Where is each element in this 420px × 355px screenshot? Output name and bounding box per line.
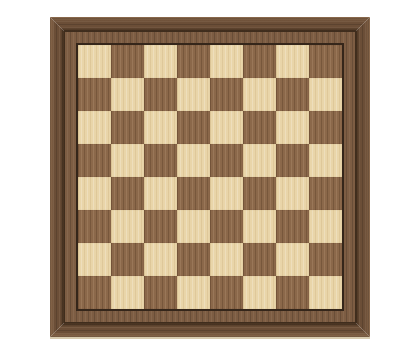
square-e3[interactable]: [210, 210, 243, 243]
square-e7[interactable]: [210, 78, 243, 111]
square-c8[interactable]: [144, 45, 177, 78]
square-b6[interactable]: [111, 111, 144, 144]
square-c7[interactable]: [144, 78, 177, 111]
playing-field: [76, 43, 344, 311]
square-f7[interactable]: [243, 78, 276, 111]
square-h7[interactable]: [309, 78, 342, 111]
square-d4[interactable]: [177, 177, 210, 210]
square-e1[interactable]: [210, 276, 243, 309]
square-h6[interactable]: [309, 111, 342, 144]
square-f6[interactable]: [243, 111, 276, 144]
square-h3[interactable]: [309, 210, 342, 243]
square-d6[interactable]: [177, 111, 210, 144]
square-a2[interactable]: [78, 243, 111, 276]
square-d8[interactable]: [177, 45, 210, 78]
square-a7[interactable]: [78, 78, 111, 111]
square-c2[interactable]: [144, 243, 177, 276]
square-d7[interactable]: [177, 78, 210, 111]
board-frame-top-molding: [50, 17, 370, 31]
square-a8[interactable]: [78, 45, 111, 78]
square-f8[interactable]: [243, 45, 276, 78]
square-b3[interactable]: [111, 210, 144, 243]
square-g6[interactable]: [276, 111, 309, 144]
square-b1[interactable]: [111, 276, 144, 309]
square-h5[interactable]: [309, 144, 342, 177]
square-c3[interactable]: [144, 210, 177, 243]
square-f1[interactable]: [243, 276, 276, 309]
square-f3[interactable]: [243, 210, 276, 243]
square-d5[interactable]: [177, 144, 210, 177]
square-g1[interactable]: [276, 276, 309, 309]
square-e5[interactable]: [210, 144, 243, 177]
square-g2[interactable]: [276, 243, 309, 276]
square-d2[interactable]: [177, 243, 210, 276]
square-f4[interactable]: [243, 177, 276, 210]
square-g4[interactable]: [276, 177, 309, 210]
square-g7[interactable]: [276, 78, 309, 111]
squares-grid: [78, 45, 342, 309]
square-b7[interactable]: [111, 78, 144, 111]
square-a6[interactable]: [78, 111, 111, 144]
square-f5[interactable]: [243, 144, 276, 177]
square-h1[interactable]: [309, 276, 342, 309]
square-c4[interactable]: [144, 177, 177, 210]
square-g8[interactable]: [276, 45, 309, 78]
square-a1[interactable]: [78, 276, 111, 309]
square-f2[interactable]: [243, 243, 276, 276]
square-e6[interactable]: [210, 111, 243, 144]
square-g5[interactable]: [276, 144, 309, 177]
square-h8[interactable]: [309, 45, 342, 78]
board-frame-right-molding: [356, 17, 370, 337]
board-frame-bottom-molding: [50, 323, 370, 337]
square-a5[interactable]: [78, 144, 111, 177]
square-a3[interactable]: [78, 210, 111, 243]
board-frame-left-molding: [50, 17, 64, 337]
square-b8[interactable]: [111, 45, 144, 78]
square-e2[interactable]: [210, 243, 243, 276]
square-c1[interactable]: [144, 276, 177, 309]
square-g3[interactable]: [276, 210, 309, 243]
square-a4[interactable]: [78, 177, 111, 210]
square-d3[interactable]: [177, 210, 210, 243]
square-b5[interactable]: [111, 144, 144, 177]
square-c6[interactable]: [144, 111, 177, 144]
square-h4[interactable]: [309, 177, 342, 210]
page-background: [0, 0, 420, 355]
square-h2[interactable]: [309, 243, 342, 276]
square-d1[interactable]: [177, 276, 210, 309]
square-b4[interactable]: [111, 177, 144, 210]
square-c5[interactable]: [144, 144, 177, 177]
chess-board: [50, 17, 370, 337]
square-e4[interactable]: [210, 177, 243, 210]
square-e8[interactable]: [210, 45, 243, 78]
square-b2[interactable]: [111, 243, 144, 276]
